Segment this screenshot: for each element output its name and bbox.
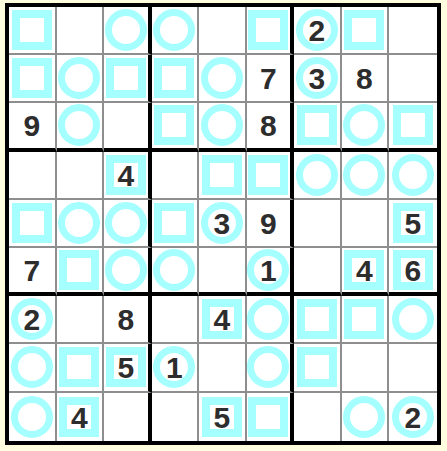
cell-r9c4[interactable] [152,393,200,441]
circle-marker [105,9,147,51]
cell-r4c9[interactable] [389,152,437,200]
cell-r2c2[interactable] [57,55,105,103]
cell-r5c4[interactable] [152,200,200,248]
given-digit: 9 [260,209,277,239]
cell-r6c9[interactable]: 6 [389,248,437,296]
circle-marker [201,104,243,146]
circle-marker [58,57,100,99]
given-digit: 8 [117,305,134,335]
square-marker [154,105,194,145]
given-digit: 1 [166,353,183,383]
cell-r2c3[interactable] [104,55,152,103]
circle-marker [153,249,195,291]
cell-r6c3[interactable] [104,248,152,296]
square-marker [297,299,337,339]
square-marker [12,58,52,98]
cell-r6c2[interactable] [57,248,105,296]
cell-r3c6[interactable]: 8 [247,103,295,151]
square-marker [344,299,384,339]
given-digit: 5 [213,403,230,433]
given-digit: 4 [356,256,373,286]
cell-r7c9[interactable] [389,296,437,344]
cell-r1c6[interactable] [247,7,295,55]
cell-r2c1[interactable] [9,55,57,103]
cell-r1c2[interactable] [57,7,105,55]
cell-r7c1[interactable]: 2 [9,296,57,344]
cell-r6c4[interactable] [152,248,200,296]
cell-r4c1[interactable] [9,152,57,200]
circle-marker [343,154,385,196]
given-digit: 7 [260,64,277,94]
cell-r6c8[interactable]: 4 [342,248,390,296]
cell-r1c9[interactable] [389,7,437,55]
cell-r3c1[interactable]: 9 [9,103,57,151]
square-marker [297,105,337,145]
square-marker [59,250,99,290]
cell-r1c8[interactable] [342,7,390,55]
cell-r4c8[interactable] [342,152,390,200]
given-digit: 8 [260,111,277,141]
given-digit: 7 [23,256,40,286]
given-digit: 4 [71,403,88,433]
square-marker [297,347,337,387]
given-digit: 5 [117,353,134,383]
circle-marker [343,104,385,146]
cell-r5c3[interactable] [104,200,152,248]
cell-r9c8[interactable] [342,393,390,441]
circle-marker [201,57,243,99]
cell-r8c6[interactable] [247,344,295,392]
cell-r2c9[interactable] [389,55,437,103]
square-marker [12,10,52,50]
cell-r1c4[interactable] [152,7,200,55]
cell-r5c6[interactable]: 9 [247,200,295,248]
square-marker [59,347,99,387]
circle-marker [343,396,385,438]
cell-r5c8[interactable] [342,200,390,248]
cell-r3c3[interactable] [104,103,152,151]
cell-r4c4[interactable] [152,152,200,200]
cell-r4c3[interactable]: 4 [104,152,152,200]
square-marker [106,58,146,98]
given-digit: 2 [308,16,325,46]
cell-r4c5[interactable] [199,152,247,200]
cell-r8c4[interactable]: 1 [152,344,200,392]
cell-r7c5[interactable]: 4 [199,296,247,344]
cell-r8c3[interactable]: 5 [104,344,152,392]
circle-marker [58,202,100,244]
cell-r9c7[interactable] [294,393,342,441]
circle-marker [247,298,289,340]
cell-r6c6[interactable]: 1 [247,248,295,296]
cell-r8c9[interactable] [389,344,437,392]
cell-r3c9[interactable] [389,103,437,151]
cell-r7c8[interactable] [342,296,390,344]
cell-r2c6[interactable]: 7 [247,55,295,103]
cell-r5c5[interactable]: 3 [199,200,247,248]
cell-r7c2[interactable] [57,296,105,344]
cell-r7c7[interactable] [294,296,342,344]
cell-r8c5[interactable] [199,344,247,392]
sudoku-board: 2738984395714628451452 [5,3,441,445]
given-digit: 2 [404,403,421,433]
circle-marker [11,396,53,438]
square-marker [12,203,52,243]
cell-r3c7[interactable] [294,103,342,151]
cell-r2c7[interactable]: 3 [294,55,342,103]
given-digit: 8 [356,64,373,94]
square-marker [154,203,194,243]
cell-r9c6[interactable] [247,393,295,441]
cell-r9c9[interactable]: 2 [389,393,437,441]
cell-r8c7[interactable] [294,344,342,392]
square-marker [248,397,288,437]
cell-r2c4[interactable] [152,55,200,103]
cell-r2c5[interactable] [199,55,247,103]
square-marker [393,105,433,145]
cell-r1c7[interactable]: 2 [294,7,342,55]
cell-r3c4[interactable] [152,103,200,151]
cell-r9c5[interactable]: 5 [199,393,247,441]
cell-r7c3[interactable]: 8 [104,296,152,344]
circle-marker [153,9,195,51]
circle-marker [11,346,53,388]
cell-r7c4[interactable] [152,296,200,344]
given-digit: 6 [404,256,421,286]
given-digit: 4 [213,305,230,335]
cell-r8c1[interactable] [9,344,57,392]
circle-marker [105,202,147,244]
cell-r5c9[interactable]: 5 [389,200,437,248]
square-marker [344,10,384,50]
circle-marker [296,154,338,196]
circle-marker [392,298,434,340]
square-marker [248,155,288,195]
given-digit: 4 [117,161,134,191]
given-digit: 2 [23,305,40,335]
square-marker [154,58,194,98]
circle-marker [105,249,147,291]
cell-r5c1[interactable] [9,200,57,248]
given-digit: 5 [404,209,421,239]
cell-r3c5[interactable] [199,103,247,151]
cell-r4c6[interactable] [247,152,295,200]
cell-r2c8[interactable]: 8 [342,55,390,103]
cell-r4c7[interactable] [294,152,342,200]
given-digit: 3 [213,209,230,239]
cell-r1c1[interactable] [9,7,57,55]
cell-r8c2[interactable] [57,344,105,392]
cell-r9c1[interactable] [9,393,57,441]
given-digit: 1 [260,256,277,286]
cell-r7c6[interactable] [247,296,295,344]
cell-r4c2[interactable] [57,152,105,200]
square-marker [248,10,288,50]
cell-r6c7[interactable] [294,248,342,296]
cell-r9c3[interactable] [104,393,152,441]
cell-r6c1[interactable]: 7 [9,248,57,296]
circle-marker [247,346,289,388]
square-marker [202,155,242,195]
cell-r9c2[interactable]: 4 [57,393,105,441]
cell-r5c7[interactable] [294,200,342,248]
given-digit: 9 [23,111,40,141]
cell-r3c8[interactable] [342,103,390,151]
circle-marker [392,154,434,196]
cell-r6c5[interactable] [199,248,247,296]
circle-marker [58,104,100,146]
cell-r1c3[interactable] [104,7,152,55]
cell-r8c8[interactable] [342,344,390,392]
cell-r5c2[interactable] [57,200,105,248]
given-digit: 3 [308,64,325,94]
cell-r1c5[interactable] [199,7,247,55]
cell-r3c2[interactable] [57,103,105,151]
